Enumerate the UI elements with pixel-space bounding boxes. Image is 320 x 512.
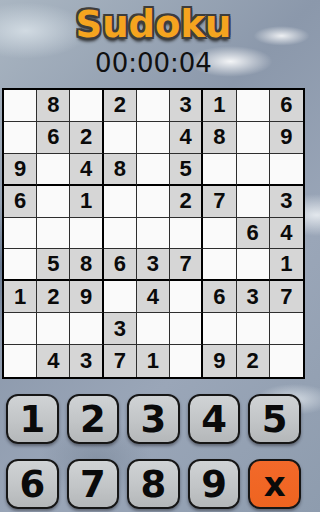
cell-r1c7[interactable]: 1 bbox=[203, 90, 236, 122]
cell-r8c6[interactable] bbox=[170, 313, 203, 345]
key-7[interactable]: 7 bbox=[67, 459, 120, 509]
cell-r9c1[interactable] bbox=[4, 345, 37, 377]
cell-r4c4[interactable] bbox=[104, 186, 137, 218]
cell-r1c9[interactable]: 6 bbox=[270, 90, 303, 122]
cell-r7c8[interactable]: 3 bbox=[237, 281, 270, 313]
number-keypad: 123456789x bbox=[6, 394, 301, 509]
cell-r7c1[interactable]: 1 bbox=[4, 281, 37, 313]
cell-r7c5[interactable]: 4 bbox=[137, 281, 170, 313]
cell-r7c9[interactable]: 7 bbox=[270, 281, 303, 313]
app-screen: Sudoku 00:00:04 823166248994856127364586… bbox=[0, 0, 307, 512]
cell-r4c7[interactable]: 7 bbox=[203, 186, 236, 218]
cell-r1c2[interactable]: 8 bbox=[37, 90, 70, 122]
cell-r2c8[interactable] bbox=[237, 122, 270, 154]
key-5[interactable]: 5 bbox=[248, 394, 301, 444]
keypad-row: 12345 bbox=[6, 394, 301, 444]
cell-r1c3[interactable] bbox=[70, 90, 103, 122]
cell-r7c7[interactable]: 6 bbox=[203, 281, 236, 313]
cell-r3c4[interactable]: 8 bbox=[104, 154, 137, 186]
cell-r3c1[interactable]: 9 bbox=[4, 154, 37, 186]
cell-r9c7[interactable]: 9 bbox=[203, 345, 236, 377]
cell-r1c5[interactable] bbox=[137, 90, 170, 122]
cell-r5c9[interactable]: 4 bbox=[270, 218, 303, 250]
cell-r3c6[interactable]: 5 bbox=[170, 154, 203, 186]
cell-r8c8[interactable] bbox=[237, 313, 270, 345]
key-3[interactable]: 3 bbox=[127, 394, 180, 444]
cell-r3c9[interactable] bbox=[270, 154, 303, 186]
cell-r1c8[interactable] bbox=[237, 90, 270, 122]
cell-r6c9[interactable]: 1 bbox=[270, 249, 303, 281]
cell-r2c3[interactable]: 2 bbox=[70, 122, 103, 154]
cell-r2c9[interactable]: 9 bbox=[270, 122, 303, 154]
cell-r6c4[interactable]: 6 bbox=[104, 249, 137, 281]
cell-r8c2[interactable] bbox=[37, 313, 70, 345]
cell-r5c8[interactable]: 6 bbox=[237, 218, 270, 250]
app-title: Sudoku bbox=[0, 0, 307, 48]
cell-r8c7[interactable] bbox=[203, 313, 236, 345]
cell-r5c6[interactable] bbox=[170, 218, 203, 250]
cell-r7c4[interactable] bbox=[104, 281, 137, 313]
cell-r5c7[interactable] bbox=[203, 218, 236, 250]
cell-r3c7[interactable] bbox=[203, 154, 236, 186]
cell-r4c1[interactable]: 6 bbox=[4, 186, 37, 218]
cell-r7c2[interactable]: 2 bbox=[37, 281, 70, 313]
cell-r9c3[interactable]: 3 bbox=[70, 345, 103, 377]
cell-r6c5[interactable]: 3 bbox=[137, 249, 170, 281]
cell-r8c3[interactable] bbox=[70, 313, 103, 345]
cell-r4c2[interactable] bbox=[37, 186, 70, 218]
cell-r7c3[interactable]: 9 bbox=[70, 281, 103, 313]
key-1[interactable]: 1 bbox=[6, 394, 59, 444]
cell-r9c8[interactable]: 2 bbox=[237, 345, 270, 377]
cell-r4c6[interactable]: 2 bbox=[170, 186, 203, 218]
cell-r8c5[interactable] bbox=[137, 313, 170, 345]
cell-r5c4[interactable] bbox=[104, 218, 137, 250]
sudoku-board: 8231662489948561273645863711294637343719… bbox=[2, 88, 305, 379]
cell-r6c8[interactable] bbox=[237, 249, 270, 281]
cell-r9c2[interactable]: 4 bbox=[37, 345, 70, 377]
cell-r4c8[interactable] bbox=[237, 186, 270, 218]
cell-r8c4[interactable]: 3 bbox=[104, 313, 137, 345]
cell-r4c3[interactable]: 1 bbox=[70, 186, 103, 218]
cell-r9c4[interactable]: 7 bbox=[104, 345, 137, 377]
key-6[interactable]: 6 bbox=[6, 459, 59, 509]
game-timer: 00:00:04 bbox=[0, 48, 307, 80]
cell-r5c1[interactable] bbox=[4, 218, 37, 250]
cell-r2c7[interactable]: 8 bbox=[203, 122, 236, 154]
cell-r2c6[interactable]: 4 bbox=[170, 122, 203, 154]
cell-r5c2[interactable] bbox=[37, 218, 70, 250]
cell-r6c2[interactable]: 5 bbox=[37, 249, 70, 281]
cell-r3c5[interactable] bbox=[137, 154, 170, 186]
cell-r2c1[interactable] bbox=[4, 122, 37, 154]
cell-r3c8[interactable] bbox=[237, 154, 270, 186]
cell-r8c9[interactable] bbox=[270, 313, 303, 345]
key-8[interactable]: 8 bbox=[127, 459, 180, 509]
key-2[interactable]: 2 bbox=[67, 394, 120, 444]
cell-r7c6[interactable] bbox=[170, 281, 203, 313]
cell-r6c3[interactable]: 8 bbox=[70, 249, 103, 281]
cell-r6c6[interactable]: 7 bbox=[170, 249, 203, 281]
cell-r9c6[interactable] bbox=[170, 345, 203, 377]
cell-r3c2[interactable] bbox=[37, 154, 70, 186]
cell-r9c5[interactable]: 1 bbox=[137, 345, 170, 377]
cell-r9c9[interactable] bbox=[270, 345, 303, 377]
cell-r6c1[interactable] bbox=[4, 249, 37, 281]
key-4[interactable]: 4 bbox=[188, 394, 241, 444]
cell-r1c1[interactable] bbox=[4, 90, 37, 122]
keypad-row: 6789x bbox=[6, 459, 301, 509]
cell-r1c6[interactable]: 3 bbox=[170, 90, 203, 122]
cell-r2c2[interactable]: 6 bbox=[37, 122, 70, 154]
cell-r3c3[interactable]: 4 bbox=[70, 154, 103, 186]
cell-r1c4[interactable]: 2 bbox=[104, 90, 137, 122]
cell-r6c7[interactable] bbox=[203, 249, 236, 281]
cell-r2c4[interactable] bbox=[104, 122, 137, 154]
erase-key[interactable]: x bbox=[248, 459, 301, 509]
cell-r2c5[interactable] bbox=[137, 122, 170, 154]
cell-r8c1[interactable] bbox=[4, 313, 37, 345]
cell-r5c3[interactable] bbox=[70, 218, 103, 250]
key-9[interactable]: 9 bbox=[188, 459, 241, 509]
cell-r4c5[interactable] bbox=[137, 186, 170, 218]
cell-r4c9[interactable]: 3 bbox=[270, 186, 303, 218]
cell-r5c5[interactable] bbox=[137, 218, 170, 250]
